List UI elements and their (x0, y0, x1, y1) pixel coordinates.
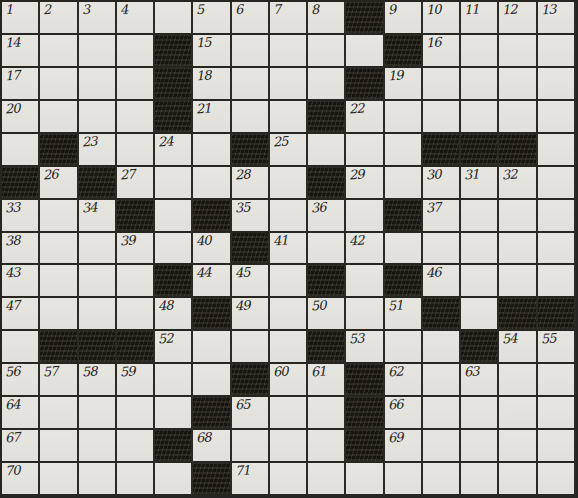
cell-r2c12[interactable]: 16 (423, 35, 461, 68)
clue-number-35: 35 (234, 200, 249, 214)
cell-r12c14[interactable] (499, 364, 537, 397)
cell-r15c11[interactable] (385, 463, 423, 496)
cell-r10c13[interactable] (461, 298, 499, 331)
clue-number-66: 66 (387, 398, 402, 412)
cell-r11c14[interactable]: 54 (499, 331, 537, 364)
clue-number-20: 20 (5, 101, 20, 115)
cell-r8c13[interactable] (461, 233, 499, 266)
cell-r3c4[interactable] (117, 68, 155, 101)
black-cell-r3c5 (155, 68, 193, 101)
cell-r6c8[interactable] (270, 167, 308, 200)
clue-number-47: 47 (5, 299, 20, 313)
cell-r7c5[interactable] (155, 200, 193, 233)
black-cell-r15c6 (193, 463, 231, 496)
cell-r1c12[interactable]: 10 (423, 2, 461, 35)
cell-r1c9[interactable]: 8 (308, 2, 346, 35)
black-cell-r6c9 (308, 167, 346, 200)
clue-number-32: 32 (502, 167, 517, 181)
cell-r2c14[interactable] (499, 35, 537, 68)
cell-r11c10[interactable]: 53 (346, 331, 384, 364)
clue-number-4: 4 (119, 3, 127, 16)
cell-r13c4[interactable] (117, 397, 155, 430)
cell-r2c15[interactable] (538, 35, 576, 68)
clue-number-6: 6 (234, 3, 242, 16)
cell-r13c2[interactable] (40, 397, 78, 430)
cell-r4c12[interactable] (423, 101, 461, 134)
clue-number-38: 38 (5, 233, 20, 247)
cell-r1c11[interactable]: 9 (385, 2, 423, 35)
cell-r13c15[interactable] (538, 397, 576, 430)
cell-r7c8[interactable] (270, 200, 308, 233)
cell-r6c6[interactable] (193, 167, 231, 200)
clue-number-26: 26 (43, 167, 58, 181)
cell-r4c6[interactable]: 21 (193, 101, 231, 134)
cell-r8c11[interactable] (385, 233, 423, 266)
cell-r12c9[interactable]: 61 (308, 364, 346, 397)
cell-r8c1[interactable]: 38 (2, 233, 40, 266)
cell-r1c4[interactable]: 4 (117, 2, 155, 35)
cell-r6c13[interactable]: 31 (461, 167, 499, 200)
clue-number-64: 64 (5, 398, 20, 412)
black-cell-r12c7 (232, 364, 270, 397)
cell-r15c2[interactable] (40, 463, 78, 496)
cell-r11c5[interactable]: 52 (155, 331, 193, 364)
clue-number-10: 10 (425, 3, 440, 17)
cell-r4c3[interactable] (79, 101, 117, 134)
cell-r14c2[interactable] (40, 430, 78, 463)
cell-r3c6[interactable]: 18 (193, 68, 231, 101)
black-cell-r1c10 (346, 2, 384, 35)
cell-r9c4[interactable] (117, 265, 155, 298)
cell-r1c5[interactable] (155, 2, 193, 35)
cell-r14c11[interactable]: 69 (385, 430, 423, 463)
cell-r1c14[interactable]: 12 (499, 2, 537, 35)
cell-r11c6[interactable] (193, 331, 231, 364)
cell-r2c3[interactable] (79, 35, 117, 68)
cell-r6c4[interactable]: 27 (117, 167, 155, 200)
clue-number-7: 7 (272, 3, 280, 16)
cell-r1c6[interactable]: 5 (193, 2, 231, 35)
black-cell-r11c9 (308, 331, 346, 364)
cell-r8c8[interactable]: 41 (270, 233, 308, 266)
black-cell-r14c10 (346, 430, 384, 463)
cell-r12c15[interactable] (538, 364, 576, 397)
clue-number-17: 17 (5, 68, 20, 82)
clue-number-28: 28 (234, 167, 249, 181)
cell-r10c7[interactable]: 49 (232, 298, 270, 331)
cell-r11c8[interactable] (270, 331, 308, 364)
clue-number-67: 67 (5, 431, 20, 445)
cell-r13c14[interactable] (499, 397, 537, 430)
cell-r13c9[interactable] (308, 397, 346, 430)
cell-r10c9[interactable]: 50 (308, 298, 346, 331)
cell-r4c4[interactable] (117, 101, 155, 134)
cell-r14c6[interactable]: 68 (193, 430, 231, 463)
cell-r1c8[interactable]: 7 (270, 2, 308, 35)
cell-r5c3[interactable]: 23 (79, 134, 117, 167)
black-cell-r13c10 (346, 397, 384, 430)
cell-r4c2[interactable] (40, 101, 78, 134)
cell-r12c13[interactable]: 63 (461, 364, 499, 397)
black-cell-r14c5 (155, 430, 193, 463)
cell-r3c15[interactable] (538, 68, 576, 101)
cell-r13c11[interactable]: 66 (385, 397, 423, 430)
clue-number-11: 11 (464, 3, 479, 17)
cell-r12c2[interactable]: 57 (40, 364, 78, 397)
clue-number-25: 25 (272, 134, 287, 148)
clue-number-13: 13 (540, 3, 555, 17)
cell-r13c5[interactable] (155, 397, 193, 430)
black-cell-r5c13 (461, 134, 499, 167)
cell-r3c8[interactable] (270, 68, 308, 101)
clue-number-14: 14 (5, 35, 20, 49)
cell-r3c1[interactable]: 17 (2, 68, 40, 101)
cell-r4c8[interactable] (270, 101, 308, 134)
cell-r7c14[interactable] (499, 200, 537, 233)
black-cell-r7c11 (385, 200, 423, 233)
clue-number-43: 43 (5, 266, 20, 280)
cell-r7c7[interactable]: 35 (232, 200, 270, 233)
cell-r10c10[interactable] (346, 298, 384, 331)
cell-r1c7[interactable]: 6 (232, 2, 270, 35)
black-cell-r10c15 (538, 298, 576, 331)
crossword-board: 1234567891011121314151617181920212223242… (0, 0, 578, 498)
cell-r8c5[interactable] (155, 233, 193, 266)
cell-r13c7[interactable]: 65 (232, 397, 270, 430)
black-cell-r11c3 (79, 331, 117, 364)
cell-r14c4[interactable] (117, 430, 155, 463)
clue-number-41: 41 (272, 233, 287, 247)
cell-r10c2[interactable] (40, 298, 78, 331)
clue-number-3: 3 (81, 3, 89, 16)
clue-number-51: 51 (387, 299, 402, 313)
black-cell-r11c4 (117, 331, 155, 364)
clue-number-27: 27 (119, 167, 134, 181)
clue-number-21: 21 (196, 101, 211, 115)
clue-number-39: 39 (119, 233, 134, 247)
black-cell-r7c6 (193, 200, 231, 233)
black-cell-r9c11 (385, 265, 423, 298)
clue-number-24: 24 (158, 134, 173, 148)
clue-number-46: 46 (425, 266, 440, 280)
cell-r14c14[interactable] (499, 430, 537, 463)
cell-r13c1[interactable]: 64 (2, 397, 40, 430)
cell-r5c1[interactable] (2, 134, 40, 167)
clue-number-15: 15 (196, 35, 211, 49)
cell-r6c5[interactable] (155, 167, 193, 200)
black-cell-r13c6 (193, 397, 231, 430)
cell-r11c15[interactable]: 55 (538, 331, 576, 364)
cell-r2c4[interactable] (117, 35, 155, 68)
clue-number-61: 61 (311, 365, 326, 379)
clue-number-53: 53 (349, 332, 364, 346)
black-cell-r8c7 (232, 233, 270, 266)
cell-r3c11[interactable]: 19 (385, 68, 423, 101)
cell-r3c9[interactable] (308, 68, 346, 101)
cell-r5c9[interactable] (308, 134, 346, 167)
clue-number-33: 33 (5, 200, 20, 214)
clue-number-23: 23 (81, 134, 96, 148)
crossword-grid: 1234567891011121314151617181920212223242… (0, 0, 578, 498)
black-cell-r4c5 (155, 101, 193, 134)
cell-r4c11[interactable] (385, 101, 423, 134)
clue-number-55: 55 (540, 332, 555, 346)
cell-r9c13[interactable] (461, 265, 499, 298)
clue-number-18: 18 (196, 68, 211, 82)
cell-r3c13[interactable] (461, 68, 499, 101)
black-cell-r9c5 (155, 265, 193, 298)
cell-r15c13[interactable] (461, 463, 499, 496)
cell-r13c12[interactable] (423, 397, 461, 430)
clue-number-60: 60 (272, 365, 287, 379)
clue-number-56: 56 (5, 365, 20, 379)
clue-number-69: 69 (387, 431, 402, 445)
cell-r9c2[interactable] (40, 265, 78, 298)
cell-r8c9[interactable] (308, 233, 346, 266)
clue-number-1: 1 (5, 3, 13, 16)
clue-number-29: 29 (349, 167, 364, 181)
cell-r7c12[interactable]: 37 (423, 200, 461, 233)
cell-r12c11[interactable]: 62 (385, 364, 423, 397)
cell-r14c13[interactable] (461, 430, 499, 463)
cell-r5c15[interactable] (538, 134, 576, 167)
cell-r15c8[interactable] (270, 463, 308, 496)
black-cell-r7c4 (117, 200, 155, 233)
clue-number-49: 49 (234, 299, 249, 313)
clue-number-70: 70 (5, 464, 20, 478)
cell-r9c1[interactable]: 43 (2, 265, 40, 298)
cell-r3c3[interactable] (79, 68, 117, 101)
clue-number-59: 59 (119, 365, 134, 379)
black-cell-r4c9 (308, 101, 346, 134)
cell-r12c6[interactable] (193, 364, 231, 397)
cell-r9c7[interactable]: 45 (232, 265, 270, 298)
cell-r1c3[interactable]: 3 (79, 2, 117, 35)
cell-r9c6[interactable]: 44 (193, 265, 231, 298)
clue-number-5: 5 (196, 3, 204, 16)
cell-r6c12[interactable]: 30 (423, 167, 461, 200)
cell-r14c3[interactable] (79, 430, 117, 463)
cell-r4c7[interactable] (232, 101, 270, 134)
cell-r12c3[interactable]: 58 (79, 364, 117, 397)
cell-r7c9[interactable]: 36 (308, 200, 346, 233)
black-cell-r12c10 (346, 364, 384, 397)
cell-r15c10[interactable] (346, 463, 384, 496)
black-cell-r11c13 (461, 331, 499, 364)
cell-r15c5[interactable] (155, 463, 193, 496)
cell-r2c9[interactable] (308, 35, 346, 68)
cell-r15c15[interactable] (538, 463, 576, 496)
cell-r10c1[interactable]: 47 (2, 298, 40, 331)
cell-r2c8[interactable] (270, 35, 308, 68)
black-cell-r2c5 (155, 35, 193, 68)
black-cell-r10c6 (193, 298, 231, 331)
cell-r5c8[interactable]: 25 (270, 134, 308, 167)
cell-r10c5[interactable]: 48 (155, 298, 193, 331)
clue-number-31: 31 (464, 167, 479, 181)
black-cell-r5c14 (499, 134, 537, 167)
cell-r12c4[interactable]: 59 (117, 364, 155, 397)
cell-r8c4[interactable]: 39 (117, 233, 155, 266)
cell-r9c14[interactable] (499, 265, 537, 298)
cell-r9c15[interactable] (538, 265, 576, 298)
clue-number-37: 37 (425, 200, 440, 214)
cell-r15c4[interactable] (117, 463, 155, 496)
cell-r11c7[interactable] (232, 331, 270, 364)
black-cell-r6c3 (79, 167, 117, 200)
cell-r4c10[interactable]: 22 (346, 101, 384, 134)
clue-number-50: 50 (311, 299, 326, 313)
cell-r2c10[interactable] (346, 35, 384, 68)
black-cell-r10c14 (499, 298, 537, 331)
clue-number-71: 71 (234, 464, 249, 478)
clue-number-8: 8 (311, 3, 319, 16)
clue-number-52: 52 (158, 332, 173, 346)
cell-r5c11[interactable] (385, 134, 423, 167)
black-cell-r6c1 (2, 167, 40, 200)
cell-r8c10[interactable]: 42 (346, 233, 384, 266)
clue-number-57: 57 (43, 365, 58, 379)
cell-r15c9[interactable] (308, 463, 346, 496)
cell-r12c5[interactable] (155, 364, 193, 397)
clue-number-2: 2 (43, 3, 51, 16)
cell-r14c15[interactable] (538, 430, 576, 463)
cell-r5c6[interactable] (193, 134, 231, 167)
cell-r8c3[interactable] (79, 233, 117, 266)
cell-r15c3[interactable] (79, 463, 117, 496)
cell-r8c6[interactable]: 40 (193, 233, 231, 266)
cell-r6c14[interactable]: 32 (499, 167, 537, 200)
cell-r1c15[interactable]: 13 (538, 2, 576, 35)
cell-r6c7[interactable]: 28 (232, 167, 270, 200)
cell-r6c10[interactable]: 29 (346, 167, 384, 200)
cell-r2c6[interactable]: 15 (193, 35, 231, 68)
black-cell-r11c2 (40, 331, 78, 364)
cell-r9c10[interactable] (346, 265, 384, 298)
clue-number-30: 30 (425, 167, 440, 181)
cell-r11c11[interactable] (385, 331, 423, 364)
cell-r10c3[interactable] (79, 298, 117, 331)
clue-number-22: 22 (349, 101, 364, 115)
clue-number-45: 45 (234, 266, 249, 280)
clue-number-42: 42 (349, 233, 364, 247)
black-cell-r10c12 (423, 298, 461, 331)
cell-r14c1[interactable]: 67 (2, 430, 40, 463)
clue-number-58: 58 (81, 365, 96, 379)
cell-r5c5[interactable]: 24 (155, 134, 193, 167)
cell-r1c2[interactable]: 2 (40, 2, 78, 35)
black-cell-r5c12 (423, 134, 461, 167)
black-cell-r5c7 (232, 134, 270, 167)
cell-r9c12[interactable]: 46 (423, 265, 461, 298)
clue-number-12: 12 (502, 3, 517, 17)
black-cell-r3c10 (346, 68, 384, 101)
cell-r12c8[interactable]: 60 (270, 364, 308, 397)
black-cell-r2c11 (385, 35, 423, 68)
cell-r12c12[interactable] (423, 364, 461, 397)
clue-number-62: 62 (387, 365, 402, 379)
cell-r1c13[interactable]: 11 (461, 2, 499, 35)
cell-r8c15[interactable] (538, 233, 576, 266)
cell-r8c2[interactable] (40, 233, 78, 266)
cell-r2c2[interactable] (40, 35, 78, 68)
cell-r15c12[interactable] (423, 463, 461, 496)
clue-number-16: 16 (425, 35, 440, 49)
cell-r13c3[interactable] (79, 397, 117, 430)
black-cell-r5c2 (40, 134, 78, 167)
cell-r7c10[interactable] (346, 200, 384, 233)
cell-r2c1[interactable]: 14 (2, 35, 40, 68)
cell-r6c2[interactable]: 26 (40, 167, 78, 200)
cell-r3c7[interactable] (232, 68, 270, 101)
cell-r9c8[interactable] (270, 265, 308, 298)
cell-r3c2[interactable] (40, 68, 78, 101)
cell-r7c1[interactable]: 33 (2, 200, 40, 233)
cell-r12c1[interactable]: 56 (2, 364, 40, 397)
cell-r1c1[interactable]: 1 (2, 2, 40, 35)
cell-r14c9[interactable] (308, 430, 346, 463)
cell-r10c11[interactable]: 51 (385, 298, 423, 331)
cell-r4c13[interactable] (461, 101, 499, 134)
cell-r14c8[interactable] (270, 430, 308, 463)
cell-r5c4[interactable] (117, 134, 155, 167)
clue-number-63: 63 (464, 365, 479, 379)
cell-r14c7[interactable] (232, 430, 270, 463)
cell-r7c15[interactable] (538, 200, 576, 233)
clue-number-40: 40 (196, 233, 211, 247)
cell-r11c1[interactable] (2, 331, 40, 364)
clue-number-44: 44 (196, 266, 211, 280)
clue-number-48: 48 (158, 299, 173, 313)
cell-r10c8[interactable] (270, 298, 308, 331)
cell-r15c7[interactable]: 71 (232, 463, 270, 496)
cell-r11c12[interactable] (423, 331, 461, 364)
cell-r7c3[interactable]: 34 (79, 200, 117, 233)
clue-number-9: 9 (387, 3, 395, 16)
cell-r7c2[interactable] (40, 200, 78, 233)
clue-number-19: 19 (387, 68, 402, 82)
clue-number-68: 68 (196, 431, 211, 445)
cell-r13c13[interactable] (461, 397, 499, 430)
cell-r4c1[interactable]: 20 (2, 101, 40, 134)
cell-r6c15[interactable] (538, 167, 576, 200)
clue-number-54: 54 (502, 332, 517, 346)
clue-number-34: 34 (81, 200, 96, 214)
cell-r2c7[interactable] (232, 35, 270, 68)
cell-r4c15[interactable] (538, 101, 576, 134)
cell-r3c12[interactable] (423, 68, 461, 101)
cell-r10c4[interactable] (117, 298, 155, 331)
cell-r7c13[interactable] (461, 200, 499, 233)
cell-r6c11[interactable] (385, 167, 423, 200)
cell-r8c14[interactable] (499, 233, 537, 266)
cell-r4c14[interactable] (499, 101, 537, 134)
cell-r3c14[interactable] (499, 68, 537, 101)
clue-number-65: 65 (234, 398, 249, 412)
cell-r14c12[interactable] (423, 430, 461, 463)
cell-r5c10[interactable] (346, 134, 384, 167)
cell-r8c12[interactable] (423, 233, 461, 266)
clue-number-36: 36 (311, 200, 326, 214)
black-cell-r9c9 (308, 265, 346, 298)
cell-r13c8[interactable] (270, 397, 308, 430)
cell-r15c1[interactable]: 70 (2, 463, 40, 496)
cell-r9c3[interactable] (79, 265, 117, 298)
cell-r2c13[interactable] (461, 35, 499, 68)
cell-r15c14[interactable] (499, 463, 537, 496)
